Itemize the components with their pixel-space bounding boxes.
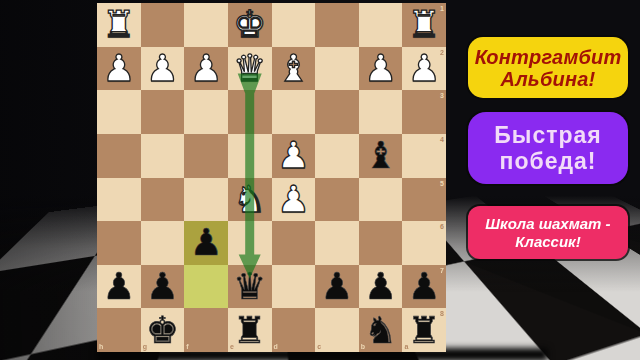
square-h7[interactable]: ♟ [97, 265, 141, 309]
square-g6[interactable] [141, 221, 185, 265]
square-c3[interactable] [315, 90, 359, 134]
black-pawn-b7[interactable]: ♟ [359, 265, 403, 309]
banner-1-line-2: Альбина! [501, 68, 596, 90]
file-label-g: g [143, 343, 147, 350]
square-h5[interactable] [97, 178, 141, 222]
square-c5[interactable] [315, 178, 359, 222]
square-h4[interactable] [97, 134, 141, 178]
square-e4[interactable] [228, 134, 272, 178]
banner-3-line-1: Школа шахмат - [485, 215, 610, 233]
square-f4[interactable] [184, 134, 228, 178]
square-f3[interactable] [184, 90, 228, 134]
black-rook-e8[interactable]: ♜ [228, 308, 272, 352]
square-a8[interactable]: ♜8a [402, 308, 446, 352]
square-d1[interactable] [272, 3, 316, 47]
square-g2[interactable]: ♟ [141, 47, 185, 91]
white-pawn-f2[interactable]: ♟ [184, 47, 228, 91]
square-d7[interactable] [272, 265, 316, 309]
square-h3[interactable] [97, 90, 141, 134]
rank-label-6: 6 [440, 223, 444, 230]
square-c7[interactable]: ♟ [315, 265, 359, 309]
banner-2-line-2: победа! [500, 148, 597, 174]
video-frame: ♜♚♜1♟♟♟♛♝♟♟23♟♝4♞♟5♟6♟♟♛♟♟♟7h♚gf♜edc♞b♜8… [0, 0, 640, 360]
square-e2[interactable]: ♛ [228, 47, 272, 91]
white-pawn-b2[interactable]: ♟ [359, 47, 403, 91]
white-pawn-d4[interactable]: ♟ [272, 134, 316, 178]
square-a1[interactable]: ♜1 [402, 3, 446, 47]
banner-chess-school-klassik: Школа шахмат - Классик! [468, 206, 628, 259]
square-c6[interactable] [315, 221, 359, 265]
square-h2[interactable]: ♟ [97, 47, 141, 91]
rank-label-5: 5 [440, 180, 444, 187]
file-label-f: f [186, 343, 188, 350]
square-a3[interactable]: 3 [402, 90, 446, 134]
square-h1[interactable]: ♜ [97, 3, 141, 47]
square-g3[interactable] [141, 90, 185, 134]
square-c1[interactable] [315, 3, 359, 47]
black-pawn-c7[interactable]: ♟ [315, 265, 359, 309]
square-d8[interactable]: d [272, 308, 316, 352]
square-g1[interactable] [141, 3, 185, 47]
white-pawn-d5[interactable]: ♟ [272, 178, 316, 222]
square-b3[interactable] [359, 90, 403, 134]
square-a6[interactable]: 6 [402, 221, 446, 265]
square-g5[interactable] [141, 178, 185, 222]
square-c2[interactable] [315, 47, 359, 91]
white-pawn-h2[interactable]: ♟ [97, 47, 141, 91]
square-f6[interactable]: ♟ [184, 221, 228, 265]
square-h8[interactable]: h [97, 308, 141, 352]
square-b5[interactable] [359, 178, 403, 222]
rank-label-7: 7 [440, 267, 444, 274]
square-e1[interactable]: ♚ [228, 3, 272, 47]
rank-label-2: 2 [440, 49, 444, 56]
square-e5[interactable]: ♞ [228, 178, 272, 222]
square-e8[interactable]: ♜e [228, 308, 272, 352]
black-queen-e7[interactable]: ♛ [228, 265, 272, 309]
black-knight-b8[interactable]: ♞ [359, 308, 403, 352]
square-b6[interactable] [359, 221, 403, 265]
square-c4[interactable] [315, 134, 359, 178]
white-pawn-g2[interactable]: ♟ [141, 47, 185, 91]
black-pawn-g7[interactable]: ♟ [141, 265, 185, 309]
black-pawn-f6[interactable]: ♟ [184, 221, 228, 265]
banner-1-line-1: Контргамбит [475, 46, 622, 68]
square-b7[interactable]: ♟ [359, 265, 403, 309]
file-label-a: a [404, 343, 408, 350]
square-e3[interactable] [228, 90, 272, 134]
square-f7[interactable] [184, 265, 228, 309]
black-bishop-b4[interactable]: ♝ [359, 134, 403, 178]
file-label-b: b [361, 343, 365, 350]
square-f1[interactable] [184, 3, 228, 47]
rank-label-8: 8 [440, 310, 444, 317]
square-d3[interactable] [272, 90, 316, 134]
square-b8[interactable]: ♞b [359, 308, 403, 352]
square-f2[interactable]: ♟ [184, 47, 228, 91]
file-label-h: h [99, 343, 103, 350]
rank-label-3: 3 [440, 92, 444, 99]
banner-quick-win: Быстрая победа! [468, 112, 628, 184]
square-d4[interactable]: ♟ [272, 134, 316, 178]
square-b2[interactable]: ♟ [359, 47, 403, 91]
square-d6[interactable] [272, 221, 316, 265]
square-e6[interactable] [228, 221, 272, 265]
square-d5[interactable]: ♟ [272, 178, 316, 222]
square-c8[interactable]: c [315, 308, 359, 352]
white-rook-h1[interactable]: ♜ [97, 3, 141, 47]
file-label-c: c [317, 343, 321, 350]
white-king-e1[interactable]: ♚ [228, 3, 272, 47]
black-king-g8[interactable]: ♚ [141, 308, 185, 352]
square-e7[interactable]: ♛ [228, 265, 272, 309]
square-f8[interactable]: f [184, 308, 228, 352]
square-h6[interactable] [97, 221, 141, 265]
rank-label-4: 4 [440, 136, 444, 143]
banner-2-line-1: Быстрая [494, 122, 602, 148]
square-b4[interactable]: ♝ [359, 134, 403, 178]
file-label-d: d [274, 343, 278, 350]
square-a4[interactable]: 4 [402, 134, 446, 178]
square-a2[interactable]: ♟2 [402, 47, 446, 91]
square-a7[interactable]: ♟7 [402, 265, 446, 309]
white-bishop-d2[interactable]: ♝ [272, 47, 316, 91]
white-knight-e5[interactable]: ♞ [228, 178, 272, 222]
white-queen-e2[interactable]: ♛ [228, 47, 272, 91]
square-g7[interactable]: ♟ [141, 265, 185, 309]
file-label-e: e [230, 343, 234, 350]
square-d2[interactable]: ♝ [272, 47, 316, 91]
square-g4[interactable] [141, 134, 185, 178]
banner-albin-countergambit: Контргамбит Альбина! [468, 37, 628, 98]
rank-label-1: 1 [440, 5, 444, 12]
banner-3-line-2: Классик! [515, 233, 580, 251]
square-f5[interactable] [184, 178, 228, 222]
square-b1[interactable] [359, 3, 403, 47]
square-a5[interactable]: 5 [402, 178, 446, 222]
square-g8[interactable]: ♚g [141, 308, 185, 352]
chess-board[interactable]: ♜♚♜1♟♟♟♛♝♟♟23♟♝4♞♟5♟6♟♟♛♟♟♟7h♚gf♜edc♞b♜8… [97, 3, 446, 352]
black-pawn-h7[interactable]: ♟ [97, 265, 141, 309]
